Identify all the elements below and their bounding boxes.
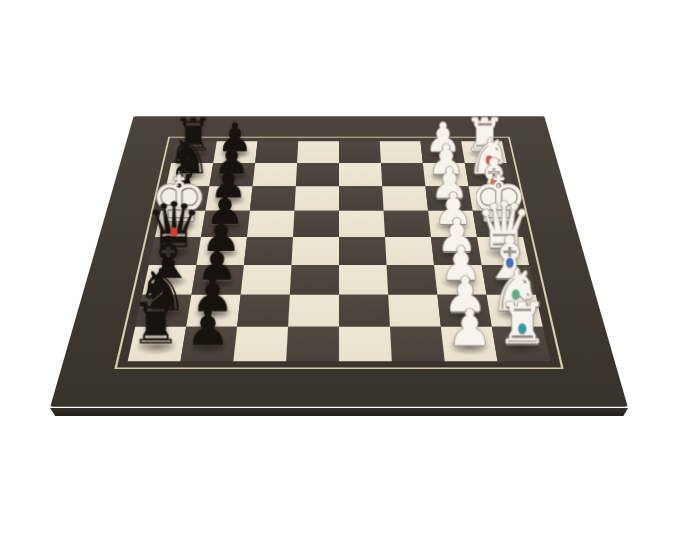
chess-board: ♜♟♟♜♞♟♟♞♝♟♟♝♚♟♟♚♛♟♟♛♝♟♟♝♞♟♟♞♜♟♟♜ <box>50 116 628 406</box>
square-d1: ♛ <box>477 237 529 265</box>
chess-set-photo: ♜♟♟♜♞♟♟♞♝♟♟♝♚♟♟♚♛♟♟♛♝♟♟♝♞♟♟♞♜♟♟♜ <box>0 0 677 551</box>
piece-shadow <box>163 193 206 207</box>
board-front-edge <box>50 408 628 416</box>
square-g2: ♟ <box>423 163 469 186</box>
piece-shadow <box>472 193 515 207</box>
square-c8: ♝ <box>142 265 196 295</box>
piece-black-pawn-h7: ♟ <box>214 118 256 158</box>
square-a1: ♜ <box>492 327 551 361</box>
square-c7: ♟ <box>191 265 243 295</box>
square-h7: ♟ <box>213 141 257 163</box>
square-e3 <box>384 211 431 237</box>
square-h5 <box>297 141 339 163</box>
piece-black-rook-a8: ♜ <box>130 296 182 353</box>
square-d7: ♟ <box>196 237 247 265</box>
piece-shadow <box>183 337 234 357</box>
square-d5 <box>291 237 339 265</box>
square-c2: ♟ <box>434 265 486 295</box>
black-rook-glyph: ♜ <box>130 296 181 353</box>
piece-shadow <box>485 274 533 291</box>
piece-white-pawn-a2: ♟ <box>444 303 496 353</box>
piece-shadow <box>199 245 244 261</box>
piece-black-bishop-c8: ♝ <box>144 229 193 287</box>
square-a6 <box>233 327 288 361</box>
piece-shadow <box>468 170 510 183</box>
piece-shadow <box>437 274 484 291</box>
square-h4 <box>339 141 381 163</box>
square-e6 <box>247 211 294 237</box>
square-e2: ♟ <box>428 211 477 237</box>
piece-shadow <box>423 148 463 161</box>
square-b7: ♟ <box>186 295 240 327</box>
piece-shadow <box>434 245 479 261</box>
square-e1: ♚ <box>473 211 523 237</box>
piece-shadow <box>440 304 489 323</box>
pinstripe-frame: ♜♟♟♜♞♟♟♞♝♟♟♝♚♟♟♚♛♟♟♛♝♟♟♝♞♟♟♞♜♟♟♜ <box>114 137 563 369</box>
square-g4 <box>339 163 382 186</box>
square-f8: ♝ <box>161 186 210 211</box>
square-f7: ♟ <box>205 186 252 211</box>
square-b2: ♟ <box>437 295 491 327</box>
square-a8: ♜ <box>128 327 187 361</box>
piece-shadow <box>476 218 521 233</box>
white-pawn-glyph: ♟ <box>447 303 492 353</box>
piece-shadow <box>174 148 215 161</box>
square-b5 <box>288 295 339 327</box>
square-f1: ♝ <box>469 186 518 211</box>
piece-shadow <box>131 337 183 357</box>
square-c5 <box>290 265 339 295</box>
square-b6 <box>237 295 290 327</box>
square-b4 <box>339 295 390 327</box>
square-e8: ♚ <box>155 211 205 237</box>
square-a2: ♟ <box>441 327 498 361</box>
piece-shadow <box>212 170 253 183</box>
piece-shadow <box>169 170 211 183</box>
piece-black-pawn-a7: ♟ <box>182 303 234 353</box>
square-d2: ♟ <box>431 237 482 265</box>
piece-white-bishop-c1: ♝ <box>485 229 534 287</box>
square-a3 <box>390 327 445 361</box>
piece-shadow <box>464 148 505 161</box>
square-g1: ♞ <box>465 163 512 186</box>
square-h8: ♜ <box>171 141 217 163</box>
square-d8: ♛ <box>149 237 201 265</box>
square-a4 <box>339 327 392 361</box>
piece-white-rook-a1: ♜ <box>496 296 548 353</box>
piece-shadow <box>425 170 466 183</box>
piece-shadow <box>194 274 241 291</box>
piece-shadow <box>444 337 495 357</box>
black-bishop-glyph: ♝ <box>142 229 194 287</box>
piece-shadow <box>215 148 255 161</box>
square-c4 <box>339 265 388 295</box>
square-f4 <box>339 186 384 211</box>
piece-shadow <box>138 304 188 323</box>
white-pawn-glyph: ♟ <box>425 118 461 158</box>
square-b1: ♞ <box>487 295 543 327</box>
piece-shadow <box>496 337 548 357</box>
square-f3 <box>382 186 428 211</box>
square-h3 <box>380 141 423 163</box>
square-b3 <box>388 295 441 327</box>
piece-shadow <box>480 245 526 261</box>
square-h6 <box>255 141 298 163</box>
square-g7: ♟ <box>209 163 255 186</box>
square-g8: ♞ <box>166 163 213 186</box>
square-c6 <box>241 265 292 295</box>
square-f2: ♟ <box>425 186 472 211</box>
square-g3 <box>381 163 425 186</box>
square-e5 <box>293 211 339 237</box>
square-b8: ♞ <box>135 295 191 327</box>
square-c1: ♝ <box>482 265 536 295</box>
square-a7: ♟ <box>180 327 237 361</box>
white-rook-glyph: ♜ <box>497 296 548 353</box>
black-pawn-glyph: ♟ <box>217 118 253 158</box>
piece-shadow <box>145 274 193 291</box>
square-e7: ♟ <box>201 211 250 237</box>
square-g6 <box>253 163 297 186</box>
piece-shadow <box>158 218 203 233</box>
white-bishop-glyph: ♝ <box>484 229 536 287</box>
piece-white-pawn-h2: ♟ <box>422 118 464 158</box>
square-d3 <box>385 237 434 265</box>
square-f5 <box>294 186 339 211</box>
square-a5 <box>286 327 339 361</box>
square-e4 <box>339 211 385 237</box>
piece-shadow <box>151 245 197 261</box>
piece-shadow <box>490 304 540 323</box>
square-c3 <box>387 265 438 295</box>
piece-shadow <box>189 304 238 323</box>
black-pawn-glyph: ♟ <box>186 303 231 353</box>
piece-shadow <box>208 193 250 207</box>
square-h2: ♟ <box>420 141 464 163</box>
square-d4 <box>339 237 387 265</box>
square-h1: ♜ <box>461 141 507 163</box>
piece-shadow <box>428 193 470 207</box>
square-f6 <box>250 186 296 211</box>
board-squares: ♜♟♟♜♞♟♟♞♝♟♟♝♚♟♟♚♛♟♟♛♝♟♟♝♞♟♟♞♜♟♟♜ <box>128 141 551 361</box>
square-g5 <box>296 163 339 186</box>
piece-shadow <box>431 218 475 233</box>
square-d6 <box>244 237 293 265</box>
piece-shadow <box>203 218 247 233</box>
